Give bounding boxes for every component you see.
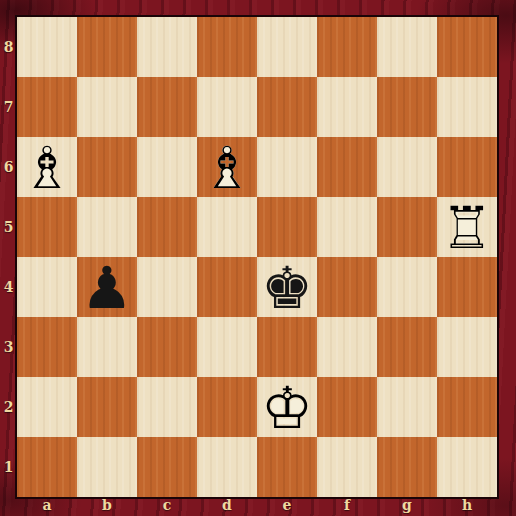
square-e6[interactable] (257, 137, 317, 197)
square-f6[interactable] (317, 137, 377, 197)
square-d6[interactable]: ♝♗ (197, 137, 257, 197)
square-c7[interactable] (137, 77, 197, 137)
file-label-c: c (137, 497, 197, 516)
square-d5[interactable] (197, 197, 257, 257)
square-f5[interactable] (317, 197, 377, 257)
square-d1[interactable] (197, 437, 257, 497)
white-king[interactable]: ♚♔ (257, 377, 317, 437)
square-b7[interactable] (77, 77, 137, 137)
square-e8[interactable] (257, 17, 317, 77)
square-e4[interactable]: ♚ (257, 257, 317, 317)
square-f7[interactable] (317, 77, 377, 137)
file-label-b: b (77, 497, 137, 516)
square-a6[interactable]: ♝♗ (17, 137, 77, 197)
square-d2[interactable] (197, 377, 257, 437)
square-g3[interactable] (377, 317, 437, 377)
square-h7[interactable] (437, 77, 497, 137)
black-king-glyph: ♚ (257, 257, 317, 317)
rank-label-3: 3 (0, 317, 17, 377)
square-c2[interactable] (137, 377, 197, 437)
square-d3[interactable] (197, 317, 257, 377)
rank-label-7: 7 (0, 77, 17, 137)
square-c6[interactable] (137, 137, 197, 197)
rank-label-2: 2 (0, 377, 17, 437)
square-f1[interactable] (317, 437, 377, 497)
square-b1[interactable] (77, 437, 137, 497)
square-c1[interactable] (137, 437, 197, 497)
chess-board: ♝♗♝♗♜♖♟♚♚♔ (17, 17, 497, 497)
square-h2[interactable] (437, 377, 497, 437)
square-h5[interactable]: ♜♖ (437, 197, 497, 257)
square-e2[interactable]: ♚♔ (257, 377, 317, 437)
square-g6[interactable] (377, 137, 437, 197)
square-e5[interactable] (257, 197, 317, 257)
rank-label-5: 5 (0, 197, 17, 257)
file-label-a: a (17, 497, 77, 516)
square-b2[interactable] (77, 377, 137, 437)
square-e1[interactable] (257, 437, 317, 497)
square-c8[interactable] (137, 17, 197, 77)
black-pawn[interactable]: ♟ (77, 257, 137, 317)
white-rook[interactable]: ♜♖ (437, 197, 497, 257)
square-a5[interactable] (17, 197, 77, 257)
square-b4[interactable]: ♟ (77, 257, 137, 317)
square-a7[interactable] (17, 77, 77, 137)
black-pawn-glyph: ♟ (77, 257, 137, 317)
white-bishop-outline: ♗ (17, 137, 77, 197)
file-label-d: d (197, 497, 257, 516)
square-h6[interactable] (437, 137, 497, 197)
square-h4[interactable] (437, 257, 497, 317)
rank-labels: 87654321 (0, 17, 17, 497)
square-g2[interactable] (377, 377, 437, 437)
file-label-g: g (377, 497, 437, 516)
square-c3[interactable] (137, 317, 197, 377)
square-g1[interactable] (377, 437, 437, 497)
square-h3[interactable] (437, 317, 497, 377)
square-b5[interactable] (77, 197, 137, 257)
white-bishop[interactable]: ♝♗ (17, 137, 77, 197)
rank-label-6: 6 (0, 137, 17, 197)
square-a2[interactable] (17, 377, 77, 437)
square-f3[interactable] (317, 317, 377, 377)
square-e3[interactable] (257, 317, 317, 377)
square-b3[interactable] (77, 317, 137, 377)
square-d8[interactable] (197, 17, 257, 77)
square-g4[interactable] (377, 257, 437, 317)
square-f8[interactable] (317, 17, 377, 77)
file-labels: abcdefgh (17, 497, 497, 516)
rank-label-1: 1 (0, 437, 17, 497)
file-label-e: e (257, 497, 317, 516)
square-a3[interactable] (17, 317, 77, 377)
square-g7[interactable] (377, 77, 437, 137)
square-h1[interactable] (437, 437, 497, 497)
black-king[interactable]: ♚ (257, 257, 317, 317)
rank-label-8: 8 (0, 17, 17, 77)
square-a8[interactable] (17, 17, 77, 77)
square-c4[interactable] (137, 257, 197, 317)
white-bishop-outline: ♗ (197, 137, 257, 197)
square-d4[interactable] (197, 257, 257, 317)
square-c5[interactable] (137, 197, 197, 257)
square-a1[interactable] (17, 437, 77, 497)
square-f4[interactable] (317, 257, 377, 317)
square-f2[interactable] (317, 377, 377, 437)
chess-board-frame: 87654321 abcdefgh ♝♗♝♗♜♖♟♚♚♔ (0, 0, 516, 516)
square-a4[interactable] (17, 257, 77, 317)
file-label-f: f (317, 497, 377, 516)
square-g5[interactable] (377, 197, 437, 257)
square-g8[interactable] (377, 17, 437, 77)
square-h8[interactable] (437, 17, 497, 77)
square-d7[interactable] (197, 77, 257, 137)
square-b6[interactable] (77, 137, 137, 197)
white-bishop[interactable]: ♝♗ (197, 137, 257, 197)
white-king-outline: ♔ (257, 377, 317, 437)
square-b8[interactable] (77, 17, 137, 77)
square-e7[interactable] (257, 77, 317, 137)
file-label-h: h (437, 497, 497, 516)
white-rook-outline: ♖ (437, 197, 497, 257)
rank-label-4: 4 (0, 257, 17, 317)
